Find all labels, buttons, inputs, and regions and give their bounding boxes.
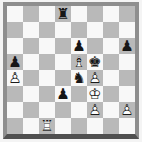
piece-outline-layer: ♗ — [71, 54, 87, 70]
piece-solid-layer: ♟ — [119, 38, 135, 54]
square-g6[interactable] — [103, 38, 119, 54]
piece-white-pawn[interactable]: ♟♙ — [119, 102, 135, 118]
square-d7[interactable] — [55, 22, 71, 38]
square-a3[interactable] — [7, 86, 23, 102]
square-e4[interactable]: ♞ — [71, 70, 87, 86]
square-c3[interactable] — [39, 86, 55, 102]
square-h7[interactable] — [119, 22, 135, 38]
square-h2[interactable]: ♟♙ — [119, 102, 135, 118]
piece-black-pawn[interactable]: ♟ — [119, 38, 135, 54]
piece-outline-layer: ♙ — [87, 70, 103, 86]
piece-outline-layer: ♙ — [119, 102, 135, 118]
piece-white-pawn[interactable]: ♟♙ — [87, 70, 103, 86]
square-e2[interactable] — [71, 102, 87, 118]
square-c4[interactable] — [39, 70, 55, 86]
square-f6[interactable] — [87, 38, 103, 54]
piece-white-king[interactable]: ♚♔ — [87, 86, 103, 102]
square-h4[interactable] — [119, 70, 135, 86]
square-g3[interactable] — [103, 86, 119, 102]
square-b3[interactable] — [23, 86, 39, 102]
square-b7[interactable] — [23, 22, 39, 38]
square-g1[interactable] — [103, 118, 119, 134]
square-g7[interactable] — [103, 22, 119, 38]
square-f8[interactable] — [87, 6, 103, 22]
square-c2[interactable] — [39, 102, 55, 118]
square-h6[interactable]: ♟ — [119, 38, 135, 54]
piece-solid-layer: ♟ — [71, 38, 87, 54]
square-h3[interactable] — [119, 86, 135, 102]
chess-board-widget: ♜♟♟♟♝♗♚♟♙♞♟♙♟♚♔♟♙♟♙♜♖ — [0, 0, 142, 142]
square-b2[interactable] — [23, 102, 39, 118]
square-c8[interactable] — [39, 6, 55, 22]
square-b6[interactable] — [23, 38, 39, 54]
square-c7[interactable] — [39, 22, 55, 38]
piece-white-pawn[interactable]: ♟♙ — [87, 102, 103, 118]
square-b1[interactable] — [23, 118, 39, 134]
square-d3[interactable]: ♟ — [55, 86, 71, 102]
square-e7[interactable] — [71, 22, 87, 38]
piece-solid-layer: ♚ — [87, 54, 103, 70]
square-a2[interactable] — [7, 102, 23, 118]
piece-outline-layer: ♙ — [7, 70, 23, 86]
square-b5[interactable] — [23, 54, 39, 70]
square-a4[interactable]: ♟♙ — [7, 70, 23, 86]
square-e3[interactable] — [71, 86, 87, 102]
square-h1[interactable] — [119, 118, 135, 134]
square-f3[interactable]: ♚♔ — [87, 86, 103, 102]
square-d6[interactable] — [55, 38, 71, 54]
square-f1[interactable] — [87, 118, 103, 134]
square-c1[interactable]: ♜♖ — [39, 118, 55, 134]
square-a6[interactable] — [7, 38, 23, 54]
square-g8[interactable] — [103, 6, 119, 22]
piece-black-pawn[interactable]: ♟ — [71, 38, 87, 54]
square-e8[interactable] — [71, 6, 87, 22]
square-g4[interactable] — [103, 70, 119, 86]
piece-solid-layer: ♟ — [7, 54, 23, 70]
square-a7[interactable] — [7, 22, 23, 38]
square-h8[interactable] — [119, 6, 135, 22]
square-g2[interactable] — [103, 102, 119, 118]
square-a8[interactable] — [7, 6, 23, 22]
board-frame: ♜♟♟♟♝♗♚♟♙♞♟♙♟♚♔♟♙♟♙♜♖ — [3, 2, 139, 139]
piece-black-rook[interactable]: ♜ — [55, 6, 71, 22]
piece-solid-layer: ♜ — [55, 6, 71, 22]
piece-white-rook[interactable]: ♜♖ — [39, 118, 55, 134]
square-c6[interactable] — [39, 38, 55, 54]
square-d1[interactable] — [55, 118, 71, 134]
square-e5[interactable]: ♝♗ — [71, 54, 87, 70]
piece-black-knight[interactable]: ♞ — [71, 70, 87, 86]
square-a1[interactable] — [7, 118, 23, 134]
piece-outline-layer: ♖ — [39, 118, 55, 134]
square-g5[interactable] — [103, 54, 119, 70]
piece-solid-layer: ♞ — [71, 70, 87, 86]
piece-white-pawn[interactable]: ♟♙ — [7, 70, 23, 86]
piece-black-king[interactable]: ♚ — [87, 54, 103, 70]
square-h5[interactable] — [119, 54, 135, 70]
square-d4[interactable] — [55, 70, 71, 86]
piece-black-pawn[interactable]: ♟ — [7, 54, 23, 70]
piece-white-bishop[interactable]: ♝♗ — [71, 54, 87, 70]
square-f4[interactable]: ♟♙ — [87, 70, 103, 86]
chess-board: ♜♟♟♟♝♗♚♟♙♞♟♙♟♚♔♟♙♟♙♜♖ — [7, 6, 135, 134]
square-b4[interactable] — [23, 70, 39, 86]
square-d2[interactable] — [55, 102, 71, 118]
square-f7[interactable] — [87, 22, 103, 38]
square-a5[interactable]: ♟ — [7, 54, 23, 70]
square-d8[interactable]: ♜ — [55, 6, 71, 22]
square-e6[interactable]: ♟ — [71, 38, 87, 54]
piece-outline-layer: ♙ — [87, 102, 103, 118]
piece-black-pawn[interactable]: ♟ — [55, 86, 71, 102]
square-f2[interactable]: ♟♙ — [87, 102, 103, 118]
piece-outline-layer: ♔ — [87, 86, 103, 102]
piece-solid-layer: ♟ — [55, 86, 71, 102]
square-e1[interactable] — [71, 118, 87, 134]
square-c5[interactable] — [39, 54, 55, 70]
square-b8[interactable] — [23, 6, 39, 22]
square-d5[interactable] — [55, 54, 71, 70]
square-f5[interactable]: ♚ — [87, 54, 103, 70]
